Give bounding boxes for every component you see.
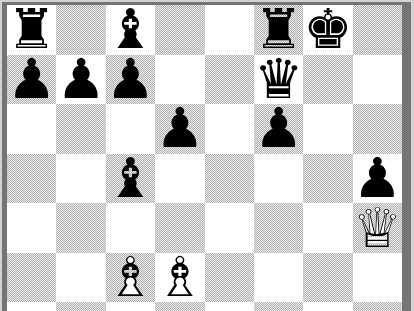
square-a7[interactable]: ♟ — [7, 55, 56, 105]
piece-white-queen-h4[interactable]: ♛♕ — [353, 203, 402, 253]
square-f6[interactable]: ♟ — [254, 104, 303, 154]
square-h2[interactable] — [353, 302, 402, 311]
square-g7[interactable] — [303, 55, 352, 105]
square-g5[interactable] — [303, 154, 352, 204]
square-e6[interactable] — [205, 104, 254, 154]
square-a4[interactable] — [7, 203, 56, 253]
square-f3[interactable] — [254, 253, 303, 303]
piece-black-pawn-a7[interactable]: ♟ — [7, 55, 56, 105]
square-d8[interactable] — [155, 5, 204, 55]
square-h3[interactable] — [353, 253, 402, 303]
square-f2[interactable] — [254, 302, 303, 311]
chess-board: ♜♝♜♚♟♟♟♛♟♟♝♟♛♕♝♗♝♗ — [7, 5, 402, 311]
square-b4[interactable] — [56, 203, 105, 253]
piece-black-pawn-b7[interactable]: ♟ — [56, 55, 105, 105]
square-a5[interactable] — [7, 154, 56, 204]
piece-white-bishop-c3[interactable]: ♝♗ — [106, 253, 155, 303]
square-d3[interactable]: ♝♗ — [155, 253, 204, 303]
square-e4[interactable] — [205, 203, 254, 253]
square-e5[interactable] — [205, 154, 254, 204]
square-h4[interactable]: ♛♕ — [353, 203, 402, 253]
square-e8[interactable] — [205, 5, 254, 55]
square-d6[interactable]: ♟ — [155, 104, 204, 154]
square-c2[interactable] — [106, 302, 155, 311]
square-e3[interactable] — [205, 253, 254, 303]
white-bishop-outline-glyph: ♗ — [106, 250, 155, 305]
square-e2[interactable] — [205, 302, 254, 311]
piece-black-pawn-f6[interactable]: ♟ — [254, 104, 303, 154]
piece-black-pawn-d6[interactable]: ♟ — [155, 104, 204, 154]
piece-black-bishop-c5[interactable]: ♝ — [106, 154, 155, 204]
square-e7[interactable] — [205, 55, 254, 105]
square-h7[interactable] — [353, 55, 402, 105]
square-c7[interactable]: ♟ — [106, 55, 155, 105]
square-b6[interactable] — [56, 104, 105, 154]
square-g6[interactable] — [303, 104, 352, 154]
square-d5[interactable] — [155, 154, 204, 204]
square-b5[interactable] — [56, 154, 105, 204]
square-b7[interactable]: ♟ — [56, 55, 105, 105]
piece-black-king-g8[interactable]: ♚ — [303, 5, 352, 55]
square-g4[interactable] — [303, 203, 352, 253]
square-g2[interactable] — [303, 302, 352, 311]
square-b3[interactable] — [56, 253, 105, 303]
chess-app-window: ♜♝♜♚♟♟♟♛♟♟♝♟♛♕♝♗♝♗ — [0, 0, 414, 311]
square-f5[interactable] — [254, 154, 303, 204]
square-f4[interactable] — [254, 203, 303, 253]
square-b2[interactable] — [56, 302, 105, 311]
square-a2[interactable] — [7, 302, 56, 311]
square-h8[interactable] — [353, 5, 402, 55]
white-bishop-outline-glyph: ♗ — [155, 250, 204, 305]
square-a3[interactable] — [7, 253, 56, 303]
piece-black-pawn-c7[interactable]: ♟ — [106, 55, 155, 105]
piece-white-bishop-d3[interactable]: ♝♗ — [155, 253, 204, 303]
square-d2[interactable] — [155, 302, 204, 311]
white-queen-outline-glyph: ♕ — [353, 200, 402, 255]
square-c5[interactable]: ♝ — [106, 154, 155, 204]
square-c3[interactable]: ♝♗ — [106, 253, 155, 303]
square-a6[interactable] — [7, 104, 56, 154]
square-g3[interactable] — [303, 253, 352, 303]
square-g8[interactable]: ♚ — [303, 5, 352, 55]
